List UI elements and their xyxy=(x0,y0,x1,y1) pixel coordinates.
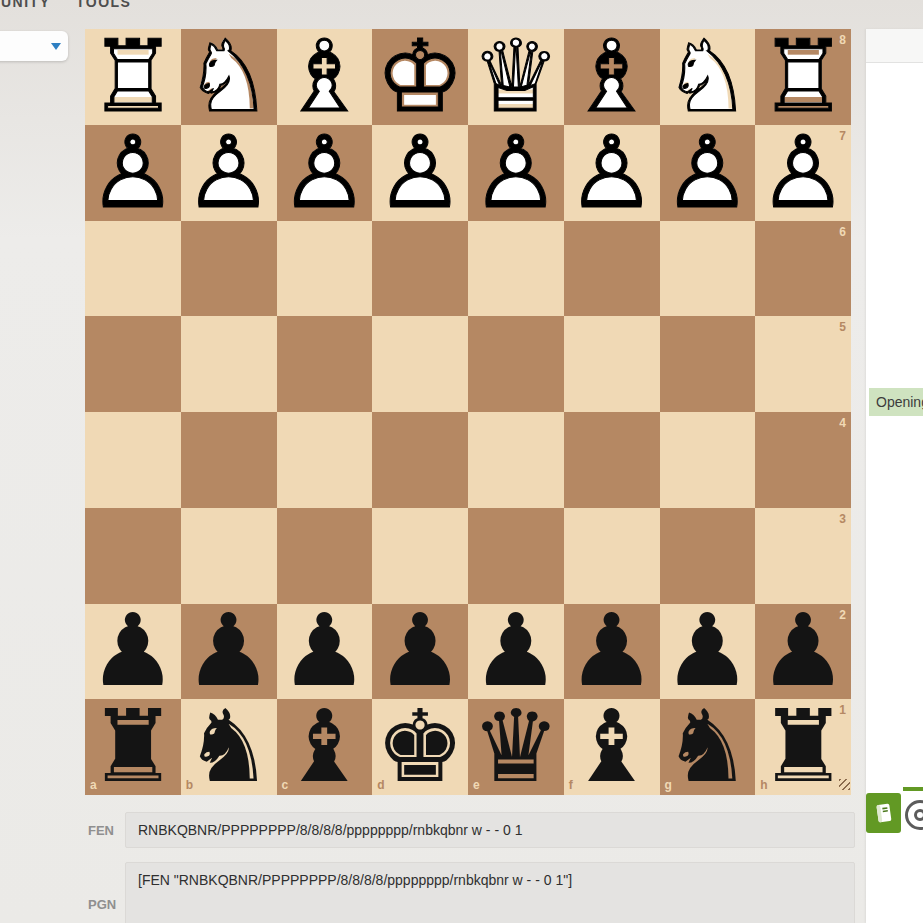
chevron-down-icon xyxy=(51,43,61,50)
piece-black-queen[interactable]: ♛ xyxy=(468,699,564,795)
piece-outline-layer: ♘ xyxy=(660,29,756,125)
variant-select[interactable] xyxy=(0,31,68,61)
square-h2[interactable]: ♟2 xyxy=(755,604,851,700)
square-f6[interactable] xyxy=(564,221,660,317)
piece-white-pawn[interactable]: ♟♙ xyxy=(277,125,373,221)
piece-white-rook[interactable]: ♜♖ xyxy=(755,29,851,125)
square-d6[interactable] xyxy=(372,221,468,317)
rank-label-4: 4 xyxy=(839,416,846,430)
piece-outline-layer: ♙ xyxy=(755,125,851,221)
square-d1[interactable]: ♚d xyxy=(372,699,468,795)
green-accent-bar xyxy=(903,787,923,791)
piece-black-knight[interactable]: ♞ xyxy=(181,699,277,795)
piece-black-pawn[interactable]: ♟ xyxy=(85,604,181,700)
pgn-input[interactable]: [FEN "RNBKQBNR/PPPPPPPP/8/8/8/8/pppppppp… xyxy=(125,862,855,923)
square-a3[interactable] xyxy=(85,508,181,604)
piece-outline-layer: ♔ xyxy=(372,29,468,125)
piece-glyph: ♟ xyxy=(468,604,564,700)
piece-white-pawn[interactable]: ♟♙ xyxy=(564,125,660,221)
file-label-c: c xyxy=(282,778,289,792)
file-label-a: a xyxy=(90,778,97,792)
chess-board: ♜♖♞♘♝♗♚♔♛♕♝♗♞♘♜♖8♟♙♟♙♟♙♟♙♟♙♟♙♟♙♟♙76543♟♟… xyxy=(85,29,851,795)
piece-black-rook[interactable]: ♜ xyxy=(755,699,851,795)
piece-black-pawn[interactable]: ♟ xyxy=(660,604,756,700)
square-e1[interactable]: ♛e xyxy=(468,699,564,795)
file-label-g: g xyxy=(665,778,672,792)
file-label-h: h xyxy=(760,778,767,792)
square-f1[interactable]: ♝f xyxy=(564,699,660,795)
piece-black-pawn[interactable]: ♟ xyxy=(277,604,373,700)
menu-item-community[interactable]: UNITY xyxy=(1,0,51,9)
square-a8[interactable]: ♜♖ xyxy=(85,29,181,125)
square-b3[interactable] xyxy=(181,508,277,604)
piece-outline-layer: ♕ xyxy=(468,29,564,125)
square-e8[interactable]: ♛♕ xyxy=(468,29,564,125)
piece-outline-layer: ♗ xyxy=(564,29,660,125)
piece-white-pawn[interactable]: ♟♙ xyxy=(85,125,181,221)
square-e5[interactable] xyxy=(468,316,564,412)
piece-outline-layer: ♙ xyxy=(468,125,564,221)
square-b8[interactable]: ♞♘ xyxy=(181,29,277,125)
piece-glyph: ♚ xyxy=(372,699,468,795)
book-icon xyxy=(873,801,895,826)
fen-input[interactable] xyxy=(125,812,855,848)
square-d3[interactable] xyxy=(372,508,468,604)
square-e7[interactable]: ♟♙ xyxy=(468,125,564,221)
piece-white-pawn[interactable]: ♟♙ xyxy=(755,125,851,221)
square-h7[interactable]: ♟♙7 xyxy=(755,125,851,221)
target-inner-ring xyxy=(914,809,923,821)
piece-outline-layer: ♙ xyxy=(85,125,181,221)
menu-item-tools[interactable]: TOOLS xyxy=(76,0,131,9)
square-h8[interactable]: ♜♖8 xyxy=(755,29,851,125)
square-f7[interactable]: ♟♙ xyxy=(564,125,660,221)
square-f3[interactable] xyxy=(564,508,660,604)
square-g3[interactable] xyxy=(660,508,756,604)
board-resize-handle[interactable] xyxy=(839,779,850,790)
square-a1[interactable]: ♜a xyxy=(85,699,181,795)
piece-black-pawn[interactable]: ♟ xyxy=(181,604,277,700)
square-b5[interactable] xyxy=(181,316,277,412)
opening-explorer-button[interactable] xyxy=(866,793,901,833)
square-c7[interactable]: ♟♙ xyxy=(277,125,373,221)
piece-glyph: ♟ xyxy=(181,604,277,700)
square-g7[interactable]: ♟♙ xyxy=(660,125,756,221)
piece-black-rook[interactable]: ♜ xyxy=(85,699,181,795)
piece-outline-layer: ♖ xyxy=(85,29,181,125)
board-editor-page: UNITY TOOLS ♜♖♞♘♝♗♚♔♛♕♝♗♞♘♜♖8♟♙♟♙♟♙♟♙♟♙♟… xyxy=(0,0,923,923)
rank-label-6: 6 xyxy=(839,225,846,239)
top-menu-bar: UNITY TOOLS xyxy=(1,0,131,11)
square-a2[interactable]: ♟ xyxy=(85,604,181,700)
square-g8[interactable]: ♞♘ xyxy=(660,29,756,125)
square-c3[interactable] xyxy=(277,508,373,604)
square-f8[interactable]: ♝♗ xyxy=(564,29,660,125)
square-h4[interactable]: 4 xyxy=(755,412,851,508)
square-g4[interactable] xyxy=(660,412,756,508)
square-h1[interactable]: ♜1h xyxy=(755,699,851,795)
pgn-label: PGN xyxy=(88,897,116,912)
piece-outline-layer: ♙ xyxy=(660,125,756,221)
square-b4[interactable] xyxy=(181,412,277,508)
file-label-d: d xyxy=(377,778,384,792)
square-d4[interactable] xyxy=(372,412,468,508)
square-a4[interactable] xyxy=(85,412,181,508)
rank-label-1: 1 xyxy=(839,703,846,717)
piece-black-pawn[interactable]: ♟ xyxy=(755,604,851,700)
square-c5[interactable] xyxy=(277,316,373,412)
square-a5[interactable] xyxy=(85,316,181,412)
square-b1[interactable]: ♞b xyxy=(181,699,277,795)
square-d2[interactable]: ♟ xyxy=(372,604,468,700)
piece-outline-layer: ♙ xyxy=(372,125,468,221)
square-g2[interactable]: ♟ xyxy=(660,604,756,700)
piece-glyph: ♜ xyxy=(755,699,851,795)
piece-glyph: ♟ xyxy=(372,604,468,700)
file-label-b: b xyxy=(186,778,193,792)
piece-outline-layer: ♗ xyxy=(277,29,373,125)
piece-glyph: ♟ xyxy=(85,604,181,700)
piece-glyph: ♞ xyxy=(660,699,756,795)
square-c1[interactable]: ♝c xyxy=(277,699,373,795)
piece-white-bishop[interactable]: ♝♗ xyxy=(564,29,660,125)
file-label-e: e xyxy=(473,778,480,792)
square-g5[interactable] xyxy=(660,316,756,412)
piece-black-king[interactable]: ♚ xyxy=(372,699,468,795)
square-b6[interactable] xyxy=(181,221,277,317)
square-b7[interactable]: ♟♙ xyxy=(181,125,277,221)
piece-glyph: ♟ xyxy=(277,604,373,700)
piece-outline-layer: ♙ xyxy=(181,125,277,221)
square-f4[interactable] xyxy=(564,412,660,508)
piece-white-pawn[interactable]: ♟♙ xyxy=(181,125,277,221)
square-f5[interactable] xyxy=(564,316,660,412)
piece-white-queen[interactable]: ♛♕ xyxy=(468,29,564,125)
rank-label-3: 3 xyxy=(839,512,846,526)
piece-glyph: ♛ xyxy=(468,699,564,795)
rank-label-5: 5 xyxy=(839,320,846,334)
square-e4[interactable] xyxy=(468,412,564,508)
square-a7[interactable]: ♟♙ xyxy=(85,125,181,221)
piece-glyph: ♟ xyxy=(660,604,756,700)
piece-black-knight[interactable]: ♞ xyxy=(660,699,756,795)
square-d7[interactable]: ♟♙ xyxy=(372,125,468,221)
square-e6[interactable] xyxy=(468,221,564,317)
square-d8[interactable]: ♚♔ xyxy=(372,29,468,125)
piece-black-bishop[interactable]: ♝ xyxy=(277,699,373,795)
piece-white-pawn[interactable]: ♟♙ xyxy=(468,125,564,221)
piece-white-pawn[interactable]: ♟♙ xyxy=(372,125,468,221)
square-c4[interactable] xyxy=(277,412,373,508)
piece-glyph: ♝ xyxy=(277,699,373,795)
square-h5[interactable]: 5 xyxy=(755,316,851,412)
square-c6[interactable] xyxy=(277,221,373,317)
square-b2[interactable]: ♟ xyxy=(181,604,277,700)
piece-outline-layer: ♙ xyxy=(564,125,660,221)
piece-outline-layer: ♙ xyxy=(277,125,373,221)
piece-glyph: ♞ xyxy=(181,699,277,795)
piece-outline-layer: ♘ xyxy=(181,29,277,125)
square-f2[interactable]: ♟ xyxy=(564,604,660,700)
square-e3[interactable] xyxy=(468,508,564,604)
fen-label: FEN xyxy=(88,823,114,838)
rank-label-2: 2 xyxy=(839,608,846,622)
piece-white-bishop[interactable]: ♝♗ xyxy=(277,29,373,125)
right-panel-header xyxy=(866,29,923,63)
square-e2[interactable]: ♟ xyxy=(468,604,564,700)
square-h3[interactable]: 3 xyxy=(755,508,851,604)
square-a6[interactable] xyxy=(85,221,181,317)
piece-glyph: ♟ xyxy=(564,604,660,700)
piece-outline-layer: ♖ xyxy=(755,29,851,125)
piece-glyph: ♟ xyxy=(755,604,851,700)
piece-white-rook[interactable]: ♜♖ xyxy=(85,29,181,125)
square-d5[interactable] xyxy=(372,316,468,412)
opening-tooltip: Opening xyxy=(869,388,923,416)
piece-white-pawn[interactable]: ♟♙ xyxy=(660,125,756,221)
rank-label-7: 7 xyxy=(839,129,846,143)
piece-white-knight[interactable]: ♞♘ xyxy=(181,29,277,125)
piece-glyph: ♝ xyxy=(564,699,660,795)
piece-white-knight[interactable]: ♞♘ xyxy=(660,29,756,125)
square-g1[interactable]: ♞g xyxy=(660,699,756,795)
piece-glyph: ♜ xyxy=(85,699,181,795)
piece-white-king[interactable]: ♚♔ xyxy=(372,29,468,125)
square-g6[interactable] xyxy=(660,221,756,317)
piece-black-pawn[interactable]: ♟ xyxy=(372,604,468,700)
piece-black-pawn[interactable]: ♟ xyxy=(468,604,564,700)
square-h6[interactable]: 6 xyxy=(755,221,851,317)
piece-black-bishop[interactable]: ♝ xyxy=(564,699,660,795)
rank-label-8: 8 xyxy=(839,33,846,47)
file-label-f: f xyxy=(569,778,573,792)
square-c8[interactable]: ♝♗ xyxy=(277,29,373,125)
piece-black-pawn[interactable]: ♟ xyxy=(564,604,660,700)
square-c2[interactable]: ♟ xyxy=(277,604,373,700)
